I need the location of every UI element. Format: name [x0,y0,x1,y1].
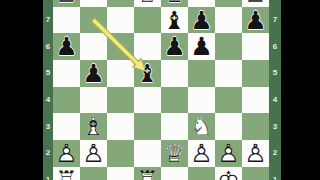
square-d3 [134,113,161,140]
square-c8 [107,0,134,7]
rank-label-left-5: 5 [43,68,53,78]
square-h2: ♟♙ [242,140,269,167]
square-e6: ♟ [161,33,188,60]
square-c4 [107,87,134,114]
piece-white-pawn: ♟ [53,140,80,167]
piece-black-bishop: ♝ [161,7,188,34]
piece-white-rook-outline: ♖ [134,167,161,180]
square-b4 [80,87,107,114]
piece-white-king-outline: ♔ [215,167,242,180]
piece-black-pawn: ♟ [188,33,215,60]
piece-white-rook: ♜ [53,167,80,180]
square-d6 [134,33,161,60]
board-border-right: 87654321 [269,0,281,180]
piece-black-pawn: ♟ [188,7,215,34]
square-f3: ♞♘ [188,113,215,140]
piece-white-pawn: ♟ [188,140,215,167]
square-h6 [242,33,269,60]
square-a7 [53,7,80,34]
square-a2: ♟♙ [53,140,80,167]
square-b3: ♝♗ [80,113,107,140]
square-g4 [215,87,242,114]
square-d8: ♛ [134,0,161,7]
square-h5 [242,60,269,87]
square-h4 [242,87,269,114]
square-g1: ♚♔ [215,167,242,180]
piece-white-pawn-outline: ♙ [242,140,269,167]
rank-label-left-1: 1 [43,175,53,180]
square-a1: ♜♖ [53,167,80,180]
square-c6 [107,33,134,60]
square-e4 [161,87,188,114]
square-d2 [134,140,161,167]
square-e8: ♚ [161,0,188,7]
square-e3 [161,113,188,140]
square-a4 [53,87,80,114]
rank-label-left-2: 2 [43,148,53,158]
rank-label-right-5: 5 [269,68,281,78]
piece-black-pawn: ♟ [161,33,188,60]
rank-label-right-4: 4 [269,95,281,105]
square-f6: ♟ [188,33,215,60]
piece-black-rook: ♜ [242,0,269,7]
piece-white-pawn: ♟ [242,140,269,167]
square-c3 [107,113,134,140]
piece-black-queen: ♛ [134,0,161,7]
rank-label-left-3: 3 [43,122,53,132]
square-c1 [107,167,134,180]
piece-white-rook: ♜ [134,167,161,180]
piece-black-king: ♚ [161,0,188,7]
piece-white-pawn-outline: ♙ [188,140,215,167]
square-h3 [242,113,269,140]
chess-board: ♜♛♚♜♝♟♟♟♟♟♟♝♝♗♞♘♟♙♟♙♛♕♟♙♟♙♟♙♜♖♜♖♚♔ [53,0,269,180]
square-c2 [107,140,134,167]
rank-label-right-1: 1 [269,175,281,180]
rank-label-left-4: 4 [43,95,53,105]
piece-white-knight: ♞ [188,113,215,140]
chess-diagram-frame: 87654321 87654321 ♜♛♚♜♝♟♟♟♟♟♟♝♝♗♞♘♟♙♟♙♛♕… [0,0,320,180]
square-b7 [80,7,107,34]
square-g2: ♟♙ [215,140,242,167]
square-c7 [107,7,134,34]
piece-black-pawn: ♟ [53,33,80,60]
piece-black-rook: ♜ [53,0,80,7]
square-d7 [134,7,161,34]
piece-white-pawn: ♟ [215,140,242,167]
board-border-left: 87654321 [43,0,53,180]
square-e2: ♛♕ [161,140,188,167]
piece-black-pawn: ♟ [80,60,107,87]
square-g5 [215,60,242,87]
piece-white-bishop-outline: ♗ [80,113,107,140]
rank-label-right-2: 2 [269,148,281,158]
piece-black-bishop: ♝ [134,60,161,87]
square-a3 [53,113,80,140]
square-d5: ♝ [134,60,161,87]
square-h8: ♜ [242,0,269,7]
rank-label-right-3: 3 [269,122,281,132]
square-c5 [107,60,134,87]
square-f1 [188,167,215,180]
square-a8: ♜ [53,0,80,7]
square-f7: ♟ [188,7,215,34]
square-f5 [188,60,215,87]
square-a5 [53,60,80,87]
square-b1 [80,167,107,180]
piece-white-pawn-outline: ♙ [53,140,80,167]
square-h7: ♟ [242,7,269,34]
rank-label-right-7: 7 [269,15,281,25]
piece-white-queen-outline: ♕ [161,140,188,167]
square-a6: ♟ [53,33,80,60]
piece-white-pawn-outline: ♙ [80,140,107,167]
piece-white-pawn-outline: ♙ [215,140,242,167]
square-g8 [215,0,242,7]
rank-label-left-7: 7 [43,15,53,25]
square-g3 [215,113,242,140]
square-g6 [215,33,242,60]
piece-black-pawn: ♟ [242,7,269,34]
square-f8 [188,0,215,7]
square-b2: ♟♙ [80,140,107,167]
piece-white-bishop: ♝ [80,113,107,140]
square-e1 [161,167,188,180]
square-b5: ♟ [80,60,107,87]
square-e7: ♝ [161,7,188,34]
piece-white-pawn: ♟ [80,140,107,167]
square-e5 [161,60,188,87]
square-h1 [242,167,269,180]
square-f2: ♟♙ [188,140,215,167]
piece-white-knight-outline: ♘ [188,113,215,140]
piece-white-rook-outline: ♖ [53,167,80,180]
square-g7 [215,7,242,34]
piece-white-king: ♚ [215,167,242,180]
piece-white-queen: ♛ [161,140,188,167]
square-d4 [134,87,161,114]
rank-label-left-6: 6 [43,42,53,52]
square-f4 [188,87,215,114]
square-d1: ♜♖ [134,167,161,180]
rank-label-right-6: 6 [269,42,281,52]
square-b8 [80,0,107,7]
square-b6 [80,33,107,60]
